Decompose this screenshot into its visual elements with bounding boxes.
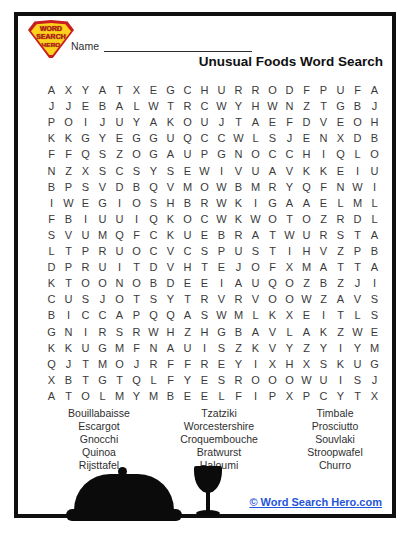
grid-cell[interactable]: K [43,340,60,356]
grid-cell[interactable]: I [111,195,128,211]
grid-cell[interactable]: T [60,275,77,291]
grid-cell[interactable]: O [298,211,315,227]
grid-cell[interactable]: E [196,372,213,388]
grid-cell[interactable]: A [179,307,196,323]
grid-cell[interactable]: B [366,130,383,146]
grid-cell[interactable]: A [162,146,179,162]
grid-cell[interactable]: I [128,211,145,227]
copyright-link[interactable]: © Word Search Hero.com [249,496,382,508]
grid-cell[interactable]: X [366,388,383,404]
grid-cell[interactable]: K [43,275,60,291]
grid-cell[interactable]: Y [128,388,145,404]
grid-cell[interactable]: R [77,259,94,275]
grid-cell[interactable]: B [230,324,247,340]
grid-cell[interactable]: J [213,114,230,130]
grid-cell[interactable]: A [94,82,111,98]
grid-cell[interactable]: W [60,195,77,211]
grid-cell[interactable]: S [366,291,383,307]
grid-cell[interactable]: W [213,307,230,323]
grid-cell[interactable]: U [230,243,247,259]
grid-cell[interactable]: Q [264,275,281,291]
grid-cell[interactable]: W [281,227,298,243]
grid-cell[interactable]: W [298,372,315,388]
grid-cell[interactable]: I [247,356,264,372]
grid-cell[interactable]: N [281,98,298,114]
grid-cell[interactable]: R [145,356,162,372]
grid-cell[interactable]: F [298,82,315,98]
grid-cell[interactable]: R [196,195,213,211]
grid-cell[interactable]: B [145,275,162,291]
grid-cell[interactable]: A [315,259,332,275]
grid-cell[interactable]: T [264,243,281,259]
grid-cell[interactable]: W [145,98,162,114]
grid-cell[interactable]: W [298,291,315,307]
grid-cell[interactable]: T [60,243,77,259]
grid-cell[interactable]: P [60,179,77,195]
grid-cell[interactable]: H [366,114,383,130]
grid-cell[interactable]: I [77,324,94,340]
grid-cell[interactable]: X [77,163,94,179]
grid-cell[interactable]: Y [281,179,298,195]
grid-cell[interactable]: E [213,259,230,275]
grid-cell[interactable]: R [94,243,111,259]
grid-cell[interactable]: I [332,340,349,356]
grid-cell[interactable]: T [349,227,366,243]
grid-cell[interactable]: X [60,82,77,98]
grid-cell[interactable]: S [196,243,213,259]
grid-cell[interactable]: P [77,243,94,259]
grid-cell[interactable]: T [264,227,281,243]
grid-cell[interactable]: I [366,275,383,291]
grid-cell[interactable]: V [247,291,264,307]
grid-cell[interactable]: U [77,340,94,356]
grid-cell[interactable]: Z [60,163,77,179]
grid-cell[interactable]: L [247,130,264,146]
grid-cell[interactable]: R [230,227,247,243]
grid-cell[interactable]: X [264,356,281,372]
grid-cell[interactable]: N [230,146,247,162]
grid-cell[interactable]: L [247,307,264,323]
grid-cell[interactable]: Z [230,340,247,356]
grid-cell[interactable]: W [196,163,213,179]
grid-cell[interactable]: T [128,291,145,307]
grid-cell[interactable]: W [213,211,230,227]
grid-cell[interactable]: Q [145,211,162,227]
grid-cell[interactable]: S [145,291,162,307]
grid-cell[interactable]: T [111,372,128,388]
grid-cell[interactable]: S [213,340,230,356]
grid-cell[interactable]: Q [162,307,179,323]
grid-cell[interactable]: U [94,259,111,275]
grid-cell[interactable]: R [332,211,349,227]
grid-cell[interactable]: H [196,82,213,98]
grid-cell[interactable]: V [264,324,281,340]
grid-cell[interactable]: Q [111,227,128,243]
grid-cell[interactable]: F [315,179,332,195]
grid-cell[interactable]: T [332,259,349,275]
grid-cell[interactable]: S [332,227,349,243]
grid-cell[interactable]: P [315,82,332,98]
grid-cell[interactable]: F [43,146,60,162]
grid-cell[interactable]: D [349,130,366,146]
grid-cell[interactable]: O [247,259,264,275]
grid-cell[interactable]: O [196,179,213,195]
grid-cell[interactable]: Q [145,307,162,323]
grid-cell[interactable]: X [298,356,315,372]
grid-cell[interactable]: E [145,82,162,98]
grid-cell[interactable]: S [315,356,332,372]
grid-cell[interactable]: G [145,130,162,146]
grid-cell[interactable]: Y [230,98,247,114]
grid-cell[interactable]: Q [43,356,60,372]
grid-cell[interactable]: J [43,98,60,114]
grid-cell[interactable]: C [77,307,94,323]
grid-cell[interactable]: C [179,243,196,259]
grid-cell[interactable]: I [366,179,383,195]
grid-cell[interactable]: E [315,195,332,211]
grid-cell[interactable]: V [281,163,298,179]
grid-cell[interactable]: Y [349,340,366,356]
grid-cell[interactable]: Y [145,163,162,179]
grid-cell[interactable]: V [230,163,247,179]
grid-cell[interactable]: Z [332,324,349,340]
grid-cell[interactable]: T [349,388,366,404]
grid-cell[interactable]: O [94,275,111,291]
grid-cell[interactable]: G [332,98,349,114]
grid-cell[interactable]: O [111,291,128,307]
grid-cell[interactable]: O [60,114,77,130]
grid-cell[interactable]: L [349,307,366,323]
grid-cell[interactable]: V [94,179,111,195]
grid-cell[interactable]: B [94,98,111,114]
grid-cell[interactable]: U [349,356,366,372]
grid-cell[interactable]: U [111,243,128,259]
grid-cell[interactable]: S [43,227,60,243]
grid-cell[interactable]: K [60,340,77,356]
grid-cell[interactable]: M [298,259,315,275]
grid-cell[interactable]: H [298,146,315,162]
grid-cell[interactable]: P [349,243,366,259]
grid-cell[interactable]: J [281,130,298,146]
grid-cell[interactable]: D [111,179,128,195]
grid-cell[interactable]: F [162,372,179,388]
grid-cell[interactable]: J [230,259,247,275]
grid-cell[interactable]: B [349,98,366,114]
grid-cell[interactable]: R [179,98,196,114]
grid-cell[interactable]: F [128,340,145,356]
grid-cell[interactable]: T [77,356,94,372]
grid-cell[interactable]: A [43,82,60,98]
grid-cell[interactable]: J [94,114,111,130]
grid-cell[interactable]: O [264,372,281,388]
grid-cell[interactable]: D [145,259,162,275]
grid-cell[interactable]: P [60,259,77,275]
grid-cell[interactable]: R [230,372,247,388]
grid-cell[interactable]: Q [179,130,196,146]
grid-cell[interactable]: I [43,195,60,211]
grid-cell[interactable]: I [213,275,230,291]
grid-cell[interactable]: A [298,195,315,211]
grid-cell[interactable]: R [196,356,213,372]
grid-cell[interactable]: C [43,291,60,307]
grid-cell[interactable]: O [281,291,298,307]
grid-cell[interactable]: O [281,275,298,291]
grid-cell[interactable]: L [128,98,145,114]
grid-cell[interactable]: F [349,82,366,98]
grid-cell[interactable]: O [128,243,145,259]
grid-cell[interactable]: J [60,98,77,114]
grid-cell[interactable]: S [349,372,366,388]
grid-cell[interactable]: F [162,356,179,372]
grid-cell[interactable]: M [111,340,128,356]
grid-cell[interactable]: Z [298,98,315,114]
grid-cell[interactable]: G [94,195,111,211]
grid-cell[interactable]: E [332,163,349,179]
grid-cell[interactable]: B [128,179,145,195]
grid-cell[interactable]: O [349,114,366,130]
grid-cell[interactable]: K [298,163,315,179]
grid-cell[interactable]: U [111,211,128,227]
grid-cell[interactable]: G [94,340,111,356]
grid-cell[interactable]: A [264,163,281,179]
grid-cell[interactable]: O [128,275,145,291]
grid-cell[interactable]: P [298,388,315,404]
grid-cell[interactable]: G [264,195,281,211]
grid-cell[interactable]: W [213,195,230,211]
grid-cell[interactable]: Y [94,130,111,146]
grid-cell[interactable]: N [145,340,162,356]
grid-cell[interactable]: K [60,130,77,146]
grid-cell[interactable]: R [230,291,247,307]
grid-cell[interactable]: A [162,340,179,356]
grid-cell[interactable]: G [366,356,383,372]
grid-cell[interactable]: W [349,179,366,195]
grid-cell[interactable]: F [179,356,196,372]
grid-cell[interactable]: O [77,275,94,291]
grid-cell[interactable]: G [162,82,179,98]
grid-cell[interactable]: H [162,324,179,340]
grid-cell[interactable]: C [145,243,162,259]
grid-cell[interactable]: O [247,372,264,388]
grid-cell[interactable]: I [77,211,94,227]
grid-cell[interactable]: U [179,146,196,162]
grid-cell[interactable]: E [298,130,315,146]
grid-cell[interactable]: M [349,195,366,211]
grid-cell[interactable]: G [213,324,230,340]
grid-cell[interactable]: B [43,307,60,323]
grid-cell[interactable]: D [281,82,298,98]
grid-cell[interactable]: H [162,195,179,211]
grid-cell[interactable]: I [196,340,213,356]
grid-cell[interactable]: T [179,291,196,307]
grid-cell[interactable]: L [94,388,111,404]
grid-cell[interactable]: L [349,146,366,162]
grid-cell[interactable]: W [349,324,366,340]
grid-cell[interactable]: L [43,243,60,259]
grid-cell[interactable]: I [332,372,349,388]
grid-cell[interactable]: T [315,98,332,114]
grid-cell[interactable]: E [196,388,213,404]
grid-cell[interactable]: J [60,356,77,372]
grid-cell[interactable]: R [196,291,213,307]
grid-cell[interactable]: A [43,388,60,404]
grid-cell[interactable]: U [332,82,349,98]
grid-cell[interactable]: B [213,227,230,243]
grid-cell[interactable]: N [332,179,349,195]
grid-cell[interactable]: S [145,195,162,211]
grid-cell[interactable]: C [196,211,213,227]
grid-cell[interactable]: B [162,388,179,404]
grid-cell[interactable]: K [332,356,349,372]
grid-cell[interactable]: O [111,356,128,372]
grid-cell[interactable]: U [247,163,264,179]
grid-cell[interactable]: I [247,388,264,404]
grid-cell[interactable]: O [264,211,281,227]
grid-cell[interactable]: A [298,324,315,340]
grid-cell[interactable]: L [366,211,383,227]
grid-cell[interactable]: Z [332,243,349,259]
grid-cell[interactable]: L [213,388,230,404]
grid-cell[interactable]: Q [332,146,349,162]
grid-cell[interactable]: E [298,307,315,323]
grid-cell[interactable]: P [264,388,281,404]
grid-cell[interactable]: E [196,227,213,243]
grid-cell[interactable]: T [77,372,94,388]
grid-cell[interactable]: G [43,324,60,340]
grid-cell[interactable]: E [179,388,196,404]
grid-cell[interactable]: Q [298,179,315,195]
grid-cell[interactable]: B [315,275,332,291]
grid-cell[interactable]: E [332,114,349,130]
grid-cell[interactable]: I [349,163,366,179]
grid-cell[interactable]: U [366,163,383,179]
grid-cell[interactable]: T [230,114,247,130]
grid-cell[interactable]: A [111,98,128,114]
grid-cell[interactable]: B [43,179,60,195]
grid-cell[interactable]: S [213,372,230,388]
grid-cell[interactable]: S [196,307,213,323]
grid-cell[interactable]: U [247,275,264,291]
grid-cell[interactable]: R [230,82,247,98]
grid-cell[interactable]: T [162,98,179,114]
grid-cell[interactable]: B [230,179,247,195]
grid-cell[interactable]: Z [332,275,349,291]
grid-cell[interactable]: V [162,259,179,275]
grid-cell[interactable]: A [247,227,264,243]
grid-cell[interactable]: B [366,243,383,259]
grid-cell[interactable]: S [77,291,94,307]
grid-cell[interactable]: L [281,324,298,340]
grid-cell[interactable]: A [247,324,264,340]
grid-cell[interactable]: X [128,82,145,98]
grid-cell[interactable]: R [247,82,264,98]
grid-cell[interactable]: Z [179,324,196,340]
grid-cell[interactable]: E [111,130,128,146]
grid-cell[interactable]: C [315,388,332,404]
grid-cell[interactable]: V [60,227,77,243]
grid-cell[interactable]: I [213,163,230,179]
grid-cell[interactable]: U [213,82,230,98]
grid-cell[interactable]: F [281,114,298,130]
grid-cell[interactable]: Z [315,211,332,227]
grid-cell[interactable]: S [77,179,94,195]
grid-cell[interactable]: O [128,195,145,211]
grid-cell[interactable]: M [247,179,264,195]
grid-cell[interactable]: W [213,179,230,195]
grid-cell[interactable]: M [366,340,383,356]
grid-cell[interactable]: R [94,324,111,340]
grid-cell[interactable]: A [247,114,264,130]
grid-cell[interactable]: T [128,259,145,275]
grid-cell[interactable]: X [281,388,298,404]
grid-cell[interactable]: A [111,307,128,323]
grid-cell[interactable]: E [179,163,196,179]
grid-cell[interactable]: Y [77,82,94,98]
grid-cell[interactable]: K [247,340,264,356]
grid-cell[interactable]: O [264,82,281,98]
grid-cell[interactable]: E [264,114,281,130]
grid-cell[interactable]: G [94,372,111,388]
grid-cell[interactable]: E [77,98,94,114]
grid-cell[interactable]: N [43,163,60,179]
grid-cell[interactable]: C [94,307,111,323]
grid-cell[interactable]: C [281,146,298,162]
grid-cell[interactable]: C [111,163,128,179]
grid-cell[interactable]: T [111,82,128,98]
grid-cell[interactable]: K [230,211,247,227]
grid-cell[interactable]: Y [162,291,179,307]
grid-cell[interactable]: H [196,324,213,340]
grid-cell[interactable]: W [247,211,264,227]
grid-cell[interactable]: A [366,227,383,243]
grid-cell[interactable]: O [179,211,196,227]
grid-cell[interactable]: S [94,163,111,179]
grid-cell[interactable]: N [60,324,77,340]
grid-cell[interactable]: T [60,388,77,404]
grid-cell[interactable]: I [315,146,332,162]
grid-cell[interactable]: O [128,146,145,162]
grid-cell[interactable]: E [366,324,383,340]
grid-cell[interactable]: O [247,146,264,162]
grid-cell[interactable]: R [315,227,332,243]
grid-cell[interactable]: K [315,163,332,179]
grid-cell[interactable]: P [128,307,145,323]
grid-cell[interactable]: A [145,114,162,130]
grid-cell[interactable]: J [366,98,383,114]
grid-cell[interactable]: V [315,114,332,130]
grid-cell[interactable]: J [94,291,111,307]
grid-cell[interactable]: D [162,275,179,291]
grid-cell[interactable]: W [264,98,281,114]
grid-cell[interactable]: D [43,259,60,275]
grid-cell[interactable]: O [77,388,94,404]
grid-cell[interactable]: W [145,324,162,340]
grid-cell[interactable]: K [162,211,179,227]
grid-cell[interactable]: U [162,130,179,146]
grid-cell[interactable]: W [213,98,230,114]
grid-cell[interactable]: X [43,372,60,388]
grid-cell[interactable]: Y [179,372,196,388]
grid-cell[interactable]: K [230,195,247,211]
grid-cell[interactable]: Y [315,340,332,356]
grid-cell[interactable]: S [94,146,111,162]
grid-cell[interactable]: K [315,324,332,340]
grid-cell[interactable]: A [332,291,349,307]
grid-cell[interactable]: U [298,227,315,243]
grid-cell[interactable]: V [349,291,366,307]
grid-cell[interactable]: B [60,372,77,388]
grid-cell[interactable]: V [162,179,179,195]
